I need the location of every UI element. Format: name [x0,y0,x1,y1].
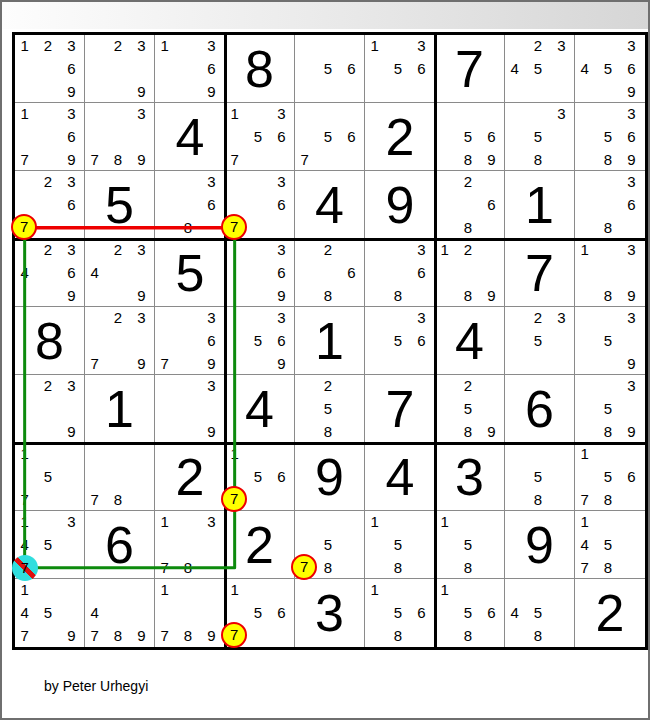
candidate-digit: 7 [13,218,37,238]
candidate-digit: 5 [386,603,410,623]
candidate-digit: 4 [573,59,597,79]
cell-r6c5[interactable]: 258 [295,375,365,443]
cell-r8c8[interactable]: 9 [505,511,575,579]
candidate-digit: 6 [269,263,293,283]
candidate-digit: 5 [36,535,60,555]
candidate-digit: 8 [456,286,480,306]
candidate-digit: 6 [269,195,293,215]
solved-digit: 4 [155,103,225,170]
sudoku-app-window: 1236923913698561356723453456913679378941… [0,0,650,720]
candidate-digit: 9 [129,286,153,306]
cell-r7c4[interactable]: 1567 [225,443,295,511]
candidate-digit: 8 [106,490,130,510]
candidate-digit: 6 [269,331,293,351]
cell-r8c1[interactable]: 13457 [15,511,85,579]
candidate-digit: 4 [503,603,527,623]
cell-r1c8[interactable]: 2345 [505,35,575,103]
candidate-digit: 4 [503,59,527,79]
candidate-digit: 6 [409,603,433,623]
solved-digit: 7 [505,239,574,306]
candidate-digit: 2 [36,376,60,396]
solved-digit: 3 [295,579,364,647]
candidate-digit: 9 [619,422,643,442]
solved-digit: 3 [435,443,504,510]
solved-digit: 9 [365,171,435,239]
candidate-digit: 3 [59,172,83,192]
candidate-digit: 5 [596,467,620,487]
candidate-digit: 6 [619,467,643,487]
cell-r2c2[interactable]: 3789 [85,103,155,171]
cell-r3c1[interactable]: 2367 [15,171,85,239]
solved-digit: 2 [575,579,645,647]
solved-digit: 6 [505,375,574,443]
cell-r7c1[interactable]: 157 [15,443,85,511]
cell-r6c7[interactable]: 2589 [435,375,505,443]
cell-r4c5[interactable]: 268 [295,239,365,307]
candidate-digit: 3 [269,308,293,328]
candidate-digit: 5 [316,399,340,419]
candidate-digit: 8 [526,150,550,170]
cell-r1c4[interactable]: 8 [225,35,295,103]
candidate-digit: 5 [456,603,480,623]
candidate-digit: 6 [269,127,293,147]
cell-r9c7[interactable]: 1568 [435,579,505,647]
solved-digit: 9 [505,511,574,578]
candidate-digit: 6 [619,59,643,79]
cell-r1c9[interactable]: 34569 [575,35,645,103]
cell-r4c3[interactable]: 5 [155,239,225,307]
candidate-digit: 2 [316,376,340,396]
candidate-digit: 5 [596,127,620,147]
candidate-digit: 9 [59,422,83,442]
candidate-digit: 8 [456,422,480,442]
candidate-digit: 3 [409,308,433,328]
candidate-digit: 5 [526,331,550,351]
cell-r9c8[interactable]: 458 [505,579,575,647]
candidate-digit: 6 [479,195,503,215]
candidate-digit: 7 [293,150,317,170]
cell-r8c6[interactable]: 158 [365,511,435,579]
cell-r3c4[interactable]: 367 [225,171,295,239]
candidate-digit: 9 [479,150,503,170]
candidate-digit: 6 [199,195,223,215]
candidate-digit: 6 [409,331,433,351]
cell-r4c8[interactable]: 7 [505,239,575,307]
solved-digit: 4 [225,375,294,443]
candidate-digit: 1 [573,512,597,532]
candidate-digit: 1 [13,104,37,124]
candidate-digit: 9 [619,354,643,374]
candidate-digit: 5 [316,535,340,555]
cell-r8c9[interactable]: 14578 [575,511,645,579]
candidate-digit: 4 [83,263,107,283]
box-border-horizontal-1 [15,238,645,241]
candidate-digit: 9 [59,150,83,170]
cell-r9c1[interactable]: 14579 [15,579,85,647]
cell-r1c5[interactable]: 56 [295,35,365,103]
cell-r5c8[interactable]: 235 [505,307,575,375]
cell-r1c3[interactable]: 1369 [155,35,225,103]
candidate-digit: 6 [619,195,643,215]
candidate-digit: 7 [153,558,177,578]
candidate-digit: 3 [549,104,573,124]
solved-digit: 7 [365,375,435,443]
candidate-digit: 5 [596,535,620,555]
candidate-digit: 8 [596,422,620,442]
candidate-digit: 4 [13,535,37,555]
cell-r3c7[interactable]: 268 [435,171,505,239]
candidate-digit: 3 [619,376,643,396]
cell-r5c5[interactable]: 1 [295,307,365,375]
candidate-digit: 6 [619,127,643,147]
candidate-digit: 2 [106,240,130,260]
cell-r1c6[interactable]: 1356 [365,35,435,103]
candidate-digit: 3 [549,36,573,56]
candidate-digit: 2 [36,36,60,56]
cell-r4c2[interactable]: 2349 [85,239,155,307]
candidate-digit: 3 [199,36,223,56]
cell-r3c3[interactable]: 368 [155,171,225,239]
candidate-digit: 9 [199,626,223,646]
candidate-digit: 3 [129,308,153,328]
candidate-digit: 6 [59,127,83,147]
cell-r2c8[interactable]: 358 [505,103,575,171]
candidate-digit: 9 [59,286,83,306]
candidate-digit: 3 [269,172,293,192]
candidate-digit: 9 [129,82,153,102]
candidate-digit: 6 [269,467,293,487]
cell-r4c9[interactable]: 1389 [575,239,645,307]
candidate-digit: 3 [269,240,293,260]
candidate-digit: 9 [199,422,223,442]
candidate-digit: 3 [199,308,223,328]
cell-r5c1[interactable]: 8 [15,307,85,375]
cell-r4c7[interactable]: 1289 [435,239,505,307]
candidate-digit: 8 [456,218,480,238]
cell-r6c1[interactable]: 239 [15,375,85,443]
candidate-digit: 5 [526,467,550,487]
candidate-digit: 3 [619,36,643,56]
cell-r2c6[interactable]: 2 [365,103,435,171]
solved-digit: 8 [225,35,294,102]
candidate-digit: 3 [619,172,643,192]
candidate-digit: 9 [59,626,83,646]
candidate-digit: 9 [59,82,83,102]
candidate-digit: 1 [13,36,37,56]
candidate-digit: 7 [13,626,37,646]
candidate-digit: 7 [13,150,37,170]
candidate-digit: 2 [36,172,60,192]
candidate-digit: 7 [573,490,597,510]
candidate-digit: 7 [83,150,107,170]
solved-digit: 7 [435,35,504,102]
candidate-digit: 8 [596,218,620,238]
candidate-digit: 8 [596,558,620,578]
candidate-digit: 3 [129,240,153,260]
cell-r6c3[interactable]: 39 [155,375,225,443]
candidate-digit: 2 [106,308,130,328]
candidate-digit: 8 [386,558,410,578]
candidate-digit: 3 [59,104,83,124]
candidate-digit: 5 [596,399,620,419]
candidate-digit: 5 [526,59,550,79]
candidate-digit: 3 [619,308,643,328]
candidate-digit: 1 [13,580,37,600]
cell-r8c7[interactable]: 158 [435,511,505,579]
candidate-digit: 3 [129,36,153,56]
candidate-digit: 9 [269,354,293,374]
credit-text: by Peter Urhegyi [44,678,148,694]
candidate-digit: 8 [176,558,200,578]
candidate-digit: 2 [456,376,480,396]
candidate-digit: 3 [619,104,643,124]
solved-digit: 4 [435,307,504,374]
candidate-digit: 5 [36,467,60,487]
candidate-digit: 7 [293,558,317,578]
candidate-digit: 5 [386,331,410,351]
candidate-digit: 3 [59,512,83,532]
candidate-digit: 5 [526,127,550,147]
cell-r8c2[interactable]: 6 [85,511,155,579]
candidate-digit: 3 [199,376,223,396]
candidate-digit: 1 [573,240,597,260]
sudoku-board[interactable]: 1236923913698561356723453456913679378941… [12,32,648,650]
candidate-digit: 8 [596,490,620,510]
cell-r2c1[interactable]: 13679 [15,103,85,171]
cell-r7c2[interactable]: 78 [85,443,155,511]
cell-r2c4[interactable]: 13567 [225,103,295,171]
candidate-digit: 3 [59,240,83,260]
candidate-digit: 8 [176,218,200,238]
candidate-digit: 8 [316,286,340,306]
candidate-digit: 9 [129,150,153,170]
cell-r9c6[interactable]: 1568 [365,579,435,647]
cell-r5c9[interactable]: 359 [575,307,645,375]
candidate-digit: 3 [199,172,223,192]
candidate-digit: 5 [316,127,340,147]
candidate-digit: 6 [199,331,223,351]
cell-r7c3[interactable]: 2 [155,443,225,511]
cell-r2c5[interactable]: 567 [295,103,365,171]
candidate-digit: 8 [456,558,480,578]
candidate-digit: 5 [596,59,620,79]
candidate-digit: 2 [456,240,480,260]
candidate-digit: 8 [596,150,620,170]
candidate-digit: 6 [59,59,83,79]
candidate-digit: 8 [386,286,410,306]
candidate-digit: 1 [363,36,387,56]
cell-r9c9[interactable]: 2 [575,579,645,647]
cell-r3c2[interactable]: 5 [85,171,155,239]
candidate-digit: 5 [246,467,270,487]
candidate-digit: 5 [526,603,550,623]
candidate-digit: 6 [339,59,363,79]
candidate-digit: 3 [619,240,643,260]
candidate-digit: 6 [59,263,83,283]
candidate-digit: 7 [83,490,107,510]
candidate-digit: 6 [479,603,503,623]
candidate-digit: 8 [106,150,130,170]
candidate-digit: 3 [409,240,433,260]
solved-digit: 2 [155,443,225,510]
cell-r7c9[interactable]: 15678 [575,443,645,511]
candidate-digit: 6 [409,59,433,79]
candidate-digit: 6 [59,195,83,215]
cell-r4c1[interactable]: 23469 [15,239,85,307]
cell-r7c7[interactable]: 3 [435,443,505,511]
cell-r2c7[interactable]: 5689 [435,103,505,171]
cell-r5c6[interactable]: 356 [365,307,435,375]
candidate-digit: 8 [316,558,340,578]
candidate-digit: 7 [153,354,177,374]
candidate-digit: 3 [269,104,293,124]
candidate-digit: 9 [199,82,223,102]
solved-digit: 5 [85,171,154,239]
cell-r1c7[interactable]: 7 [435,35,505,103]
candidate-digit: 1 [363,512,387,532]
candidate-digit: 7 [13,558,37,578]
cell-r3c5[interactable]: 4 [295,171,365,239]
candidate-digit: 5 [246,127,270,147]
candidate-digit: 4 [83,603,107,623]
candidate-digit: 8 [526,626,550,646]
candidate-digit: 5 [456,399,480,419]
candidate-digit: 6 [269,603,293,623]
box-border-vertical-2 [434,35,437,647]
box-border-horizontal-2 [15,442,645,445]
cell-r5c7[interactable]: 4 [435,307,505,375]
candidate-digit: 8 [386,626,410,646]
cell-r5c4[interactable]: 3569 [225,307,295,375]
candidate-digit: 5 [456,127,480,147]
candidate-digit: 9 [129,354,153,374]
solved-digit: 1 [85,375,154,443]
cell-r9c5[interactable]: 3 [295,579,365,647]
cell-r6c2[interactable]: 1 [85,375,155,443]
candidate-digit: 2 [106,36,130,56]
solved-digit: 6 [85,511,154,578]
candidate-digit: 3 [549,308,573,328]
cell-r8c4[interactable]: 2 [225,511,295,579]
cell-r9c2[interactable]: 4789 [85,579,155,647]
candidate-digit: 8 [596,286,620,306]
cell-r6c8[interactable]: 6 [505,375,575,443]
cell-r6c9[interactable]: 3589 [575,375,645,443]
candidate-digit: 2 [316,240,340,260]
cell-r4c4[interactable]: 369 [225,239,295,307]
cell-r6c4[interactable]: 4 [225,375,295,443]
candidate-digit: 4 [13,263,37,283]
solved-digit: 2 [225,511,294,578]
candidate-digit: 7 [83,626,107,646]
cell-r9c3[interactable]: 1789 [155,579,225,647]
candidate-digit: 7 [153,626,177,646]
candidate-digit: 3 [199,512,223,532]
candidate-digit: 7 [83,354,107,374]
cell-r2c9[interactable]: 35689 [575,103,645,171]
candidate-digit: 8 [106,626,130,646]
cell-r8c3[interactable]: 1378 [155,511,225,579]
cell-r3c6[interactable]: 9 [365,171,435,239]
candidate-digit: 5 [246,603,270,623]
candidate-digit: 8 [456,626,480,646]
candidate-digit: 1 [573,444,597,464]
candidate-digit: 2 [36,240,60,260]
candidate-digit: 6 [339,127,363,147]
candidate-digit: 9 [269,286,293,306]
solved-digit: 1 [505,171,574,239]
cell-r1c2[interactable]: 239 [85,35,155,103]
cell-r7c8[interactable]: 58 [505,443,575,511]
candidate-digit: 9 [619,82,643,102]
candidate-digit: 6 [199,59,223,79]
cell-r4c6[interactable]: 368 [365,239,435,307]
candidate-digit: 4 [13,603,37,623]
candidate-digit: 4 [573,535,597,555]
candidate-digit: 8 [526,490,550,510]
candidate-digit: 9 [479,286,503,306]
candidate-digit: 2 [456,172,480,192]
candidate-digit: 3 [59,36,83,56]
cell-r7c6[interactable]: 4 [365,443,435,511]
cell-r9c4[interactable]: 1567 [225,579,295,647]
solved-digit: 2 [365,103,435,170]
candidate-digit: 2 [526,308,550,328]
candidate-digit: 1 [153,36,177,56]
solved-digit: 5 [155,239,225,306]
candidate-digit: 5 [316,59,340,79]
candidate-digit: 1 [363,580,387,600]
solved-digit: 4 [365,443,435,510]
cell-r3c8[interactable]: 1 [505,171,575,239]
cell-r3c9[interactable]: 368 [575,171,645,239]
cell-r6c6[interactable]: 7 [365,375,435,443]
candidate-digit: 8 [316,422,340,442]
candidate-digit: 7 [13,490,37,510]
candidate-digit: 8 [456,150,480,170]
solved-digit: 8 [15,307,84,374]
cell-r7c5[interactable]: 9 [295,443,365,511]
candidate-digit: 6 [339,263,363,283]
candidate-digit: 1 [13,444,37,464]
candidate-digit: 8 [176,626,200,646]
candidate-digit: 1 [153,512,177,532]
cell-r1c1[interactable]: 12369 [15,35,85,103]
cell-r8c5[interactable]: 578 [295,511,365,579]
candidate-digit: 5 [386,59,410,79]
candidate-digit: 2 [526,36,550,56]
candidate-digit: 5 [456,535,480,555]
candidate-digit: 6 [479,127,503,147]
candidate-digit: 5 [386,535,410,555]
cell-r5c2[interactable]: 2379 [85,307,155,375]
candidate-digit: 3 [129,104,153,124]
candidate-digit: 9 [479,422,503,442]
solved-digit: 1 [295,307,364,374]
candidate-digit: 9 [619,150,643,170]
candidate-digit: 3 [409,36,433,56]
candidate-digit: 9 [619,286,643,306]
cell-r5c3[interactable]: 3679 [155,307,225,375]
header-bar [2,2,648,29]
candidate-digit: 3 [59,376,83,396]
solved-digit: 9 [295,443,364,510]
candidate-digit: 5 [596,331,620,351]
box-border-vertical-1 [224,35,227,647]
cell-r2c3[interactable]: 4 [155,103,225,171]
candidate-digit: 5 [36,603,60,623]
solved-digit: 4 [295,171,364,239]
